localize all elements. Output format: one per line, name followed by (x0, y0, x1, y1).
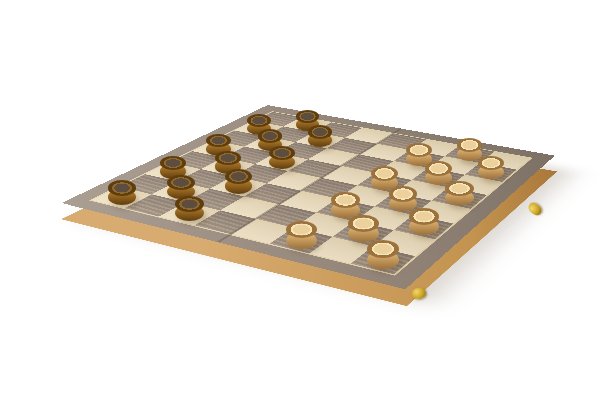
checker-top (348, 215, 379, 232)
checker-top (409, 208, 439, 225)
checker-light[interactable] (478, 156, 505, 180)
brass-clasp-right-edge (526, 201, 543, 218)
checker-top (247, 114, 271, 127)
checker-top (167, 175, 195, 190)
checker-top (308, 125, 333, 139)
checker-top (389, 186, 418, 202)
checker-top (269, 146, 295, 160)
checker-top (331, 192, 360, 208)
checker-top (175, 196, 204, 212)
checker-light[interactable] (331, 192, 360, 218)
checker-light[interactable] (286, 221, 317, 248)
checker-top (108, 180, 136, 196)
checkers-board-scene (0, 0, 600, 400)
checker-dark[interactable] (175, 196, 204, 222)
checker-top (258, 129, 283, 143)
checker-dark[interactable] (308, 125, 333, 147)
checker-light[interactable] (367, 240, 399, 269)
checker-top (445, 181, 473, 197)
checker-top (160, 156, 187, 171)
checker-top (367, 240, 399, 258)
checker-dark[interactable] (108, 180, 136, 205)
checker-light[interactable] (409, 208, 439, 235)
checker-dark[interactable] (269, 146, 295, 169)
checker-dark[interactable] (225, 169, 253, 193)
checker-light[interactable] (348, 215, 379, 242)
checker-top (425, 161, 452, 176)
brass-clasp-front-edge (411, 287, 427, 301)
checker-top (215, 151, 241, 165)
checker-light[interactable] (445, 181, 473, 206)
